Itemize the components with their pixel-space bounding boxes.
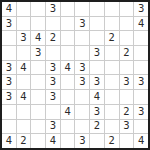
clue-cell-r6c4[interactable]: 3 [46, 75, 60, 89]
clue-cell-r6c9[interactable]: 3 [120, 75, 134, 89]
clue-cell-r2c1[interactable]: 3 [2, 17, 16, 31]
empty-cell-r1c8[interactable] [105, 2, 119, 16]
clue-cell-r1c10[interactable]: 3 [134, 2, 148, 16]
empty-cell-r9c1[interactable] [2, 120, 16, 134]
clue-cell-r4c9[interactable]: 2 [120, 46, 134, 60]
empty-cell-r7c9[interactable] [120, 90, 134, 104]
empty-cell-r9c6[interactable] [75, 120, 89, 134]
empty-cell-r4c1[interactable] [2, 46, 16, 60]
empty-cell-r2c5[interactable] [61, 17, 75, 31]
empty-cell-r8c6[interactable] [75, 105, 89, 119]
clue-cell-r7c2[interactable]: 4 [17, 90, 31, 104]
clue-cell-r2c6[interactable]: 3 [75, 17, 89, 31]
clue-cell-r8c5[interactable]: 4 [61, 105, 75, 119]
clue-cell-r1c1[interactable]: 4 [2, 2, 16, 16]
empty-cell-r5c7[interactable] [90, 61, 104, 75]
empty-cell-r9c10[interactable] [134, 120, 148, 134]
clue-cell-r5c1[interactable]: 3 [2, 61, 16, 75]
empty-cell-r1c2[interactable] [17, 2, 31, 16]
clue-cell-r1c4[interactable]: 3 [46, 2, 60, 16]
clue-cell-r8c7[interactable]: 3 [90, 105, 104, 119]
empty-cell-r2c9[interactable] [120, 17, 134, 31]
puzzle-board: 4333343422332343433333333434432332342432… [0, 0, 150, 150]
empty-cell-r2c8[interactable] [105, 17, 119, 31]
clue-cell-r5c5[interactable]: 4 [61, 61, 75, 75]
empty-cell-r10c5[interactable] [61, 134, 75, 148]
clue-cell-r5c6[interactable]: 3 [75, 61, 89, 75]
empty-cell-r8c4[interactable] [46, 105, 60, 119]
clue-cell-r6c10[interactable]: 3 [134, 75, 148, 89]
clue-cell-r9c7[interactable]: 2 [90, 120, 104, 134]
clue-cell-r7c4[interactable]: 3 [46, 90, 60, 104]
clue-cell-r6c7[interactable]: 3 [90, 75, 104, 89]
empty-cell-r4c5[interactable] [61, 46, 75, 60]
empty-cell-r3c10[interactable] [134, 31, 148, 45]
clue-cell-r7c1[interactable]: 3 [2, 90, 16, 104]
empty-cell-r8c1[interactable] [2, 105, 16, 119]
empty-cell-r9c5[interactable] [61, 120, 75, 134]
clue-cell-r10c10[interactable]: 4 [134, 134, 148, 148]
clue-cell-r10c2[interactable]: 2 [17, 134, 31, 148]
clue-cell-r5c2[interactable]: 4 [17, 61, 31, 75]
empty-cell-r6c5[interactable] [61, 75, 75, 89]
clue-cell-r2c10[interactable]: 4 [134, 17, 148, 31]
empty-cell-r4c6[interactable] [75, 46, 89, 60]
empty-cell-r5c3[interactable] [31, 61, 45, 75]
empty-cell-r2c2[interactable] [17, 17, 31, 31]
empty-cell-r7c8[interactable] [105, 90, 119, 104]
empty-cell-r4c8[interactable] [105, 46, 119, 60]
empty-cell-r2c7[interactable] [90, 17, 104, 31]
clue-cell-r10c4[interactable]: 4 [46, 134, 60, 148]
empty-cell-r1c9[interactable] [120, 2, 134, 16]
clue-cell-r3c3[interactable]: 4 [31, 31, 45, 45]
empty-cell-r10c9[interactable] [120, 134, 134, 148]
empty-cell-r1c3[interactable] [31, 2, 45, 16]
empty-cell-r10c3[interactable] [31, 134, 45, 148]
empty-cell-r4c10[interactable] [134, 46, 148, 60]
clue-cell-r9c9[interactable]: 3 [120, 120, 134, 134]
empty-cell-r1c6[interactable] [75, 2, 89, 16]
empty-cell-r3c7[interactable] [90, 31, 104, 45]
empty-cell-r2c4[interactable] [46, 17, 60, 31]
empty-cell-r8c8[interactable] [105, 105, 119, 119]
empty-cell-r6c3[interactable] [31, 75, 45, 89]
empty-cell-r3c9[interactable] [120, 31, 134, 45]
empty-cell-r8c2[interactable] [17, 105, 31, 119]
empty-cell-r9c8[interactable] [105, 120, 119, 134]
empty-cell-r4c4[interactable] [46, 46, 60, 60]
clue-cell-r10c8[interactable]: 2 [105, 134, 119, 148]
empty-cell-r3c5[interactable] [61, 31, 75, 45]
empty-cell-r8c3[interactable] [31, 105, 45, 119]
clue-cell-r6c6[interactable]: 3 [75, 75, 89, 89]
empty-cell-r9c2[interactable] [17, 120, 31, 134]
empty-cell-r3c6[interactable] [75, 31, 89, 45]
clue-cell-r4c7[interactable]: 3 [90, 46, 104, 60]
empty-cell-r10c7[interactable] [90, 134, 104, 148]
clue-cell-r5c4[interactable]: 3 [46, 61, 60, 75]
empty-cell-r5c9[interactable] [120, 61, 134, 75]
empty-cell-r1c7[interactable] [90, 2, 104, 16]
empty-cell-r6c8[interactable] [105, 75, 119, 89]
clue-cell-r10c1[interactable]: 4 [2, 134, 16, 148]
empty-cell-r9c3[interactable] [31, 120, 45, 134]
empty-cell-r7c6[interactable] [75, 90, 89, 104]
clue-cell-r6c1[interactable]: 3 [2, 75, 16, 89]
clue-cell-r4c3[interactable]: 3 [31, 46, 45, 60]
empty-cell-r6c2[interactable] [17, 75, 31, 89]
clue-cell-r3c2[interactable]: 3 [17, 31, 31, 45]
empty-cell-r4c2[interactable] [17, 46, 31, 60]
empty-cell-r5c8[interactable] [105, 61, 119, 75]
empty-cell-r7c5[interactable] [61, 90, 75, 104]
empty-cell-r3c1[interactable] [2, 31, 16, 45]
clue-cell-r3c8[interactable]: 2 [105, 31, 119, 45]
empty-cell-r7c3[interactable] [31, 90, 45, 104]
empty-cell-r1c5[interactable] [61, 2, 75, 16]
clue-cell-r9c4[interactable]: 3 [46, 120, 60, 134]
clue-cell-r8c10[interactable]: 3 [134, 105, 148, 119]
clue-cell-r10c6[interactable]: 3 [75, 134, 89, 148]
clue-cell-r3c4[interactable]: 2 [46, 31, 60, 45]
empty-cell-r7c10[interactable] [134, 90, 148, 104]
empty-cell-r2c3[interactable] [31, 17, 45, 31]
clue-cell-r7c7[interactable]: 4 [90, 90, 104, 104]
empty-cell-r5c10[interactable] [134, 61, 148, 75]
clue-cell-r8c9[interactable]: 2 [120, 105, 134, 119]
